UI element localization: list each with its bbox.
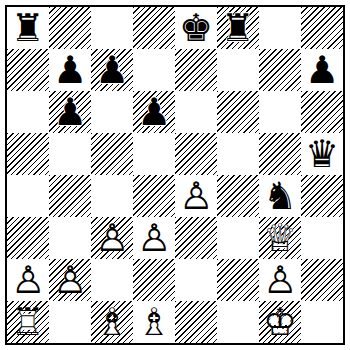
white-pawn-icon: ♙ bbox=[259, 259, 301, 301]
black-knight[interactable]: ♞ bbox=[259, 175, 301, 217]
white-pawn-icon: ♙ bbox=[49, 259, 91, 301]
square-b5[interactable] bbox=[49, 133, 91, 175]
square-a2[interactable]: ♟♙ bbox=[7, 259, 49, 301]
square-g1[interactable]: ♚♔ bbox=[259, 301, 301, 343]
square-a3[interactable] bbox=[7, 217, 49, 259]
square-c2[interactable] bbox=[91, 259, 133, 301]
square-g8[interactable] bbox=[259, 7, 301, 49]
square-e5[interactable] bbox=[175, 133, 217, 175]
square-c5[interactable] bbox=[91, 133, 133, 175]
square-e7[interactable] bbox=[175, 49, 217, 91]
square-h2[interactable] bbox=[301, 259, 343, 301]
white-bishop[interactable]: ♝♗ bbox=[91, 301, 133, 343]
white-rook-icon: ♖ bbox=[7, 301, 49, 343]
board-frame: ♜♚♜♟♟♟♟♟♛♟♙♞♟♙♟♙♛♕♟♙♟♙♟♙♜♖♝♗♝♗♚♔ bbox=[5, 5, 345, 345]
square-b6[interactable]: ♟ bbox=[49, 91, 91, 133]
white-bishop-icon: ♗ bbox=[91, 301, 133, 343]
square-b7[interactable]: ♟ bbox=[49, 49, 91, 91]
black-queen[interactable]: ♛ bbox=[301, 133, 343, 175]
black-knight-icon: ♞ bbox=[259, 175, 301, 217]
square-h4[interactable] bbox=[301, 175, 343, 217]
square-f7[interactable] bbox=[217, 49, 259, 91]
square-b4[interactable] bbox=[49, 175, 91, 217]
white-pawn[interactable]: ♟♙ bbox=[7, 259, 49, 301]
black-pawn-icon: ♟ bbox=[133, 91, 175, 133]
black-rook-icon: ♜ bbox=[7, 7, 49, 49]
square-d6[interactable]: ♟ bbox=[133, 91, 175, 133]
white-bishop-icon: ♗ bbox=[133, 301, 175, 343]
square-d3[interactable]: ♟♙ bbox=[133, 217, 175, 259]
square-b3[interactable] bbox=[49, 217, 91, 259]
square-c6[interactable] bbox=[91, 91, 133, 133]
square-e4[interactable]: ♟♙ bbox=[175, 175, 217, 217]
black-rook-icon: ♜ bbox=[217, 7, 259, 49]
chess-diagram-page: ♜♚♜♟♟♟♟♟♛♟♙♞♟♙♟♙♛♕♟♙♟♙♟♙♜♖♝♗♝♗♚♔ bbox=[0, 0, 350, 350]
white-bishop[interactable]: ♝♗ bbox=[133, 301, 175, 343]
black-queen-icon: ♛ bbox=[301, 133, 343, 175]
square-a4[interactable] bbox=[7, 175, 49, 217]
white-pawn[interactable]: ♟♙ bbox=[133, 217, 175, 259]
square-c4[interactable] bbox=[91, 175, 133, 217]
square-e8[interactable]: ♚ bbox=[175, 7, 217, 49]
black-king-icon: ♚ bbox=[175, 7, 217, 49]
square-a6[interactable] bbox=[7, 91, 49, 133]
white-pawn-icon: ♙ bbox=[133, 217, 175, 259]
square-c3[interactable]: ♟♙ bbox=[91, 217, 133, 259]
black-pawn-icon: ♟ bbox=[49, 49, 91, 91]
white-rook[interactable]: ♜♖ bbox=[7, 301, 49, 343]
black-pawn-icon: ♟ bbox=[49, 91, 91, 133]
square-a5[interactable] bbox=[7, 133, 49, 175]
square-f6[interactable] bbox=[217, 91, 259, 133]
black-pawn-icon: ♟ bbox=[91, 49, 133, 91]
square-a8[interactable]: ♜ bbox=[7, 7, 49, 49]
square-b2[interactable]: ♟♙ bbox=[49, 259, 91, 301]
square-a7[interactable] bbox=[7, 49, 49, 91]
square-h6[interactable] bbox=[301, 91, 343, 133]
square-f1[interactable] bbox=[217, 301, 259, 343]
square-c7[interactable]: ♟ bbox=[91, 49, 133, 91]
square-g5[interactable] bbox=[259, 133, 301, 175]
white-pawn-icon: ♙ bbox=[7, 259, 49, 301]
black-king[interactable]: ♚ bbox=[175, 7, 217, 49]
square-c1[interactable]: ♝♗ bbox=[91, 301, 133, 343]
black-pawn[interactable]: ♟ bbox=[49, 49, 91, 91]
square-d5[interactable] bbox=[133, 133, 175, 175]
white-king-icon: ♔ bbox=[259, 301, 301, 343]
square-g3[interactable]: ♛♕ bbox=[259, 217, 301, 259]
white-pawn[interactable]: ♟♙ bbox=[91, 217, 133, 259]
square-e2[interactable] bbox=[175, 259, 217, 301]
square-d8[interactable] bbox=[133, 7, 175, 49]
white-pawn[interactable]: ♟♙ bbox=[49, 259, 91, 301]
square-d2[interactable] bbox=[133, 259, 175, 301]
square-d4[interactable] bbox=[133, 175, 175, 217]
square-f3[interactable] bbox=[217, 217, 259, 259]
square-e6[interactable] bbox=[175, 91, 217, 133]
square-f5[interactable] bbox=[217, 133, 259, 175]
square-h7[interactable]: ♟ bbox=[301, 49, 343, 91]
white-queen-icon: ♕ bbox=[259, 217, 301, 259]
black-rook[interactable]: ♜ bbox=[217, 7, 259, 49]
square-a1[interactable]: ♜♖ bbox=[7, 301, 49, 343]
white-pawn[interactable]: ♟♙ bbox=[175, 175, 217, 217]
square-h3[interactable] bbox=[301, 217, 343, 259]
white-queen[interactable]: ♛♕ bbox=[259, 217, 301, 259]
black-pawn[interactable]: ♟ bbox=[49, 91, 91, 133]
white-pawn-icon: ♙ bbox=[91, 217, 133, 259]
square-f4[interactable] bbox=[217, 175, 259, 217]
square-f2[interactable] bbox=[217, 259, 259, 301]
black-pawn[interactable]: ♟ bbox=[91, 49, 133, 91]
square-g4[interactable]: ♞ bbox=[259, 175, 301, 217]
white-pawn-icon: ♙ bbox=[175, 175, 217, 217]
square-g7[interactable] bbox=[259, 49, 301, 91]
square-h8[interactable] bbox=[301, 7, 343, 49]
chess-board: ♜♚♜♟♟♟♟♟♛♟♙♞♟♙♟♙♛♕♟♙♟♙♟♙♜♖♝♗♝♗♚♔ bbox=[7, 7, 343, 343]
square-e3[interactable] bbox=[175, 217, 217, 259]
square-g2[interactable]: ♟♙ bbox=[259, 259, 301, 301]
square-e1[interactable] bbox=[175, 301, 217, 343]
square-d7[interactable] bbox=[133, 49, 175, 91]
black-pawn-icon: ♟ bbox=[301, 49, 343, 91]
black-pawn[interactable]: ♟ bbox=[301, 49, 343, 91]
square-c8[interactable] bbox=[91, 7, 133, 49]
square-b8[interactable] bbox=[49, 7, 91, 49]
square-h5[interactable]: ♛ bbox=[301, 133, 343, 175]
square-b1[interactable] bbox=[49, 301, 91, 343]
black-pawn[interactable]: ♟ bbox=[133, 91, 175, 133]
white-pawn[interactable]: ♟♙ bbox=[259, 259, 301, 301]
square-f8[interactable]: ♜ bbox=[217, 7, 259, 49]
white-king[interactable]: ♚♔ bbox=[259, 301, 301, 343]
square-d1[interactable]: ♝♗ bbox=[133, 301, 175, 343]
square-g6[interactable] bbox=[259, 91, 301, 133]
square-h1[interactable] bbox=[301, 301, 343, 343]
black-rook[interactable]: ♜ bbox=[7, 7, 49, 49]
